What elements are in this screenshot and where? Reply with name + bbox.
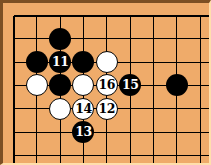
stone-white <box>26 74 48 96</box>
stone-black <box>26 51 48 73</box>
stone-black-move-15: 15 <box>119 74 141 96</box>
stone-white-move-14: 14 <box>72 98 94 120</box>
stone-black <box>49 74 71 96</box>
go-diagram: 111615141213 <box>0 0 211 165</box>
stone-black <box>49 28 71 50</box>
stone-black <box>72 51 94 73</box>
stone-white <box>49 98 71 120</box>
stone-black-move-11: 11 <box>49 51 71 73</box>
stone-white <box>72 74 94 96</box>
stone-black <box>166 74 188 96</box>
stone-white <box>96 51 118 73</box>
stone-white-move-16: 16 <box>96 74 118 96</box>
stone-white-move-12: 12 <box>96 98 118 120</box>
stone-black-move-13: 13 <box>72 121 94 143</box>
go-board: 111615141213 <box>2 4 211 165</box>
